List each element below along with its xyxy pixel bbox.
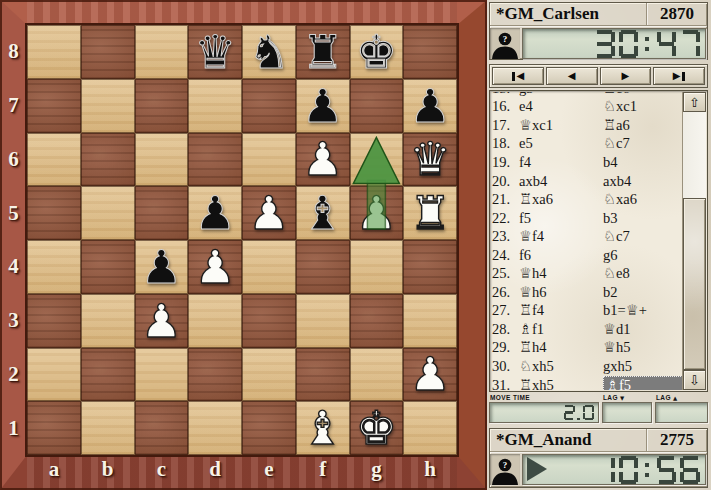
move-number: 16. xyxy=(492,98,519,115)
black-move[interactable]: ♘e8 xyxy=(603,265,630,281)
move-number: 15. xyxy=(492,92,519,97)
scroll-up-button[interactable]: ⇧ xyxy=(683,92,706,112)
player-bottom-clock-lcd xyxy=(522,454,706,485)
rank-label-4: 4 xyxy=(8,254,19,279)
square-e4[interactable] xyxy=(242,240,296,294)
lag-down-label: LAG▼ xyxy=(602,393,652,402)
square-f4[interactable] xyxy=(296,240,350,294)
player-panel-bottom: *GM_Anand 2775 ? xyxy=(489,428,708,488)
player-bottom-clock-digits xyxy=(595,456,700,484)
square-c6[interactable] xyxy=(135,133,189,187)
move-row-17: 17.♕xc1♖a6 xyxy=(492,116,682,135)
move-number: 20. xyxy=(492,173,519,190)
square-b3[interactable] xyxy=(81,294,135,348)
white-move[interactable]: ♕xc1 xyxy=(519,117,553,133)
bar-icon xyxy=(512,72,515,81)
move-number: 30. xyxy=(492,358,519,375)
square-c7[interactable] xyxy=(135,79,189,133)
white-pawn-f6[interactable]: ♟ xyxy=(302,136,343,182)
square-c5[interactable] xyxy=(135,186,189,240)
player-top-name-row: *GM_Carlsen 2870 xyxy=(490,3,707,26)
svg-text:?: ? xyxy=(503,34,508,44)
rank-label-8: 8 xyxy=(8,39,19,64)
square-a1[interactable] xyxy=(27,401,81,455)
move-time-display xyxy=(489,402,599,423)
move-list-rows-wrap: 15.g3♖e616.e4♘xc117.♕xc1♖a618.e5♘c719.f4… xyxy=(492,92,682,390)
player-top-name: *GM_Carlsen xyxy=(490,4,646,24)
move-number: 17. xyxy=(492,117,519,134)
square-d7[interactable] xyxy=(188,79,242,133)
file-label-d: d xyxy=(209,457,221,482)
white-pawn-c3[interactable]: ♟ xyxy=(141,298,182,344)
square-b2[interactable] xyxy=(81,348,135,402)
right-triangle-icon: ▶ xyxy=(622,71,630,81)
white-move[interactable]: ♕h4 xyxy=(519,265,547,281)
square-f7[interactable]: ♟ xyxy=(296,79,350,133)
move-number: 26. xyxy=(492,284,519,301)
move-row-29: 29.♖h4♕h5 xyxy=(492,339,682,358)
square-c8[interactable] xyxy=(135,25,189,79)
white-move[interactable]: f4 xyxy=(519,154,531,170)
square-d8[interactable]: ♛ xyxy=(188,25,242,79)
square-e2[interactable] xyxy=(242,348,296,402)
triangle-down-icon: ▼ xyxy=(620,395,625,401)
file-labels: abcdefgh xyxy=(27,455,457,490)
black-move[interactable]: ♖e6 xyxy=(603,92,630,96)
move-number: 24. xyxy=(492,247,519,264)
white-move[interactable]: f6 xyxy=(519,247,531,263)
move-number: 25. xyxy=(492,265,519,282)
square-c1[interactable] xyxy=(135,401,189,455)
white-king-g1[interactable]: ♚ xyxy=(356,405,397,451)
square-g2[interactable] xyxy=(350,348,404,402)
square-f3[interactable] xyxy=(296,294,350,348)
black-bishop-f5[interactable]: ♝ xyxy=(302,190,343,236)
square-c3[interactable]: ♟ xyxy=(135,294,189,348)
black-king-g8[interactable]: ♚ xyxy=(356,29,397,75)
square-b4[interactable] xyxy=(81,240,135,294)
move-row-28: 28.♗f1♕d1 xyxy=(492,320,682,339)
move-row-16: 16.e4♘xc1 xyxy=(492,98,682,117)
file-label-c: c xyxy=(157,457,166,482)
move-number: 28. xyxy=(492,321,519,338)
move-row-22: 22.f5b3 xyxy=(492,209,682,228)
scroll-down-icon: ⇩ xyxy=(689,374,700,387)
file-label-g: g xyxy=(371,457,382,482)
move-number: 27. xyxy=(492,302,519,319)
white-bishop-f1[interactable]: ♝ xyxy=(302,405,343,451)
square-g3[interactable] xyxy=(350,294,404,348)
black-move[interactable]: ♘c7 xyxy=(603,135,630,151)
square-e6[interactable] xyxy=(242,133,296,187)
move-number: 23. xyxy=(492,228,519,245)
white-move[interactable]: e5 xyxy=(519,135,533,151)
black-rook-f8[interactable]: ♜ xyxy=(302,29,343,75)
square-h4[interactable] xyxy=(403,240,457,294)
chess-board-grid: ♛♞♜♚♟♟♟♛♟♟♝♟♜♟♟♟♟♝♚ xyxy=(27,25,457,455)
lag-up-label: LAG▲ xyxy=(655,393,708,402)
square-g5[interactable]: ♟ xyxy=(350,186,404,240)
chess-board-area: ♛♞♜♚♟♟♟♛♟♟♝♟♜♟♟♟♟♝♚ 87654321 abcdefgh xyxy=(0,0,487,490)
move-number: 18. xyxy=(492,135,519,152)
chess-app-window: ♛♞♜♚♟♟♟♛♟♟♝♟♜♟♟♟♟♝♚ 87654321 abcdefgh *G… xyxy=(0,0,711,490)
white-move[interactable]: ♖h4 xyxy=(519,339,547,355)
square-d6[interactable] xyxy=(188,133,242,187)
player-top-clock-digits xyxy=(595,30,700,58)
square-g6[interactable] xyxy=(350,133,404,187)
file-label-e: e xyxy=(264,457,273,482)
square-e5[interactable]: ♟ xyxy=(242,186,296,240)
square-h5[interactable]: ♜ xyxy=(403,186,457,240)
to-move-indicator-icon xyxy=(527,457,547,481)
square-h2[interactable]: ♟ xyxy=(403,348,457,402)
player-bottom-name: *GM_Anand xyxy=(490,430,646,450)
file-label-a: a xyxy=(49,457,60,482)
move-row-23: 23.♕f4♘c7 xyxy=(492,227,682,246)
square-g7[interactable] xyxy=(350,79,404,133)
square-e8[interactable]: ♞ xyxy=(242,25,296,79)
player-top-avatar[interactable]: ? xyxy=(490,28,520,59)
square-b1[interactable] xyxy=(81,401,135,455)
player-bottom-name-row: *GM_Anand 2775 xyxy=(490,429,707,452)
rank-label-1: 1 xyxy=(8,416,19,441)
player-bottom-clock-row: ? xyxy=(490,452,707,487)
lag-down-display xyxy=(602,402,652,423)
player-top-clock-row: ? xyxy=(490,26,707,61)
black-move[interactable]: b3 xyxy=(603,210,618,226)
player-top-rating: 2870 xyxy=(646,3,707,25)
square-e1[interactable] xyxy=(242,401,296,455)
white-move[interactable]: g3 xyxy=(519,92,534,96)
scroll-down-button[interactable]: ⇩ xyxy=(683,370,706,390)
file-label-f: f xyxy=(319,457,326,482)
left-triangle-icon: ◀ xyxy=(568,71,576,81)
move-row-27: 27.♖f4b1=♕+ xyxy=(492,302,682,321)
square-h8[interactable] xyxy=(403,25,457,79)
move-number: 21. xyxy=(492,191,519,208)
player-bottom-rating: 2775 xyxy=(646,429,707,451)
black-pawn-d5[interactable]: ♟ xyxy=(195,190,236,236)
square-d1[interactable] xyxy=(188,401,242,455)
square-d3[interactable] xyxy=(188,294,242,348)
white-pawn-e5[interactable]: ♟ xyxy=(248,190,289,236)
square-b8[interactable] xyxy=(81,25,135,79)
black-move[interactable]: ♖a6 xyxy=(603,117,630,133)
white-pawn-h2[interactable]: ♟ xyxy=(410,351,451,397)
rank-label-7: 7 xyxy=(8,93,19,118)
jump-to-end-button[interactable]: ▶ xyxy=(653,67,705,85)
black-move[interactable]: ♘xc1 xyxy=(603,98,637,114)
scroll-up-icon: ⇧ xyxy=(689,96,700,109)
square-c4[interactable]: ♟ xyxy=(135,240,189,294)
square-h3[interactable] xyxy=(403,294,457,348)
move-time-value xyxy=(564,405,594,420)
white-move[interactable]: axb4 xyxy=(519,173,547,189)
square-b7[interactable] xyxy=(81,79,135,133)
rank-labels: 87654321 xyxy=(0,25,27,455)
black-pawn-c4[interactable]: ♟ xyxy=(141,244,182,290)
square-g4[interactable] xyxy=(350,240,404,294)
white-move[interactable]: ♖xh5 xyxy=(519,377,554,390)
player-panel-top: *GM_Carlsen 2870 ? xyxy=(489,2,708,60)
scrollbar-thumb[interactable] xyxy=(683,198,706,370)
black-move[interactable]: b2 xyxy=(603,284,618,300)
white-move[interactable]: ♕f4 xyxy=(519,228,544,244)
square-f1[interactable]: ♝ xyxy=(296,401,350,455)
move-row-24: 24.f6g6 xyxy=(492,246,682,265)
black-move[interactable]: axb4 xyxy=(603,173,631,189)
lag-up-display xyxy=(655,402,708,423)
move-list: 15.g3♖e616.e4♘xc117.♕xc1♖a618.e5♘c719.f4… xyxy=(489,90,708,392)
black-move[interactable]: ♕d1 xyxy=(603,321,631,337)
black-move[interactable]: ♘xa6 xyxy=(603,191,637,207)
square-e7[interactable] xyxy=(242,79,296,133)
player-bottom-avatar[interactable]: ? xyxy=(490,454,520,485)
square-b6[interactable] xyxy=(81,133,135,187)
square-e3[interactable] xyxy=(242,294,296,348)
square-a6[interactable] xyxy=(27,133,81,187)
square-h1[interactable] xyxy=(403,401,457,455)
black-move[interactable]: g6 xyxy=(603,247,618,263)
black-move[interactable]: ♘c7 xyxy=(603,228,630,244)
square-f6[interactable]: ♟ xyxy=(296,133,350,187)
square-h7[interactable]: ♟ xyxy=(403,79,457,133)
step-forward-button[interactable]: ▶ xyxy=(600,67,652,85)
white-pawn-d4[interactable]: ♟ xyxy=(195,244,236,290)
square-a7[interactable] xyxy=(27,79,81,133)
left-triangle-icon: ◀ xyxy=(517,71,525,81)
person-silhouette-icon: ? xyxy=(491,456,519,485)
white-move[interactable]: e4 xyxy=(519,98,533,114)
move-row-25: 25.♕h4♘e8 xyxy=(492,264,682,283)
move-number: 31. xyxy=(492,377,519,390)
white-move[interactable]: ♖xa6 xyxy=(519,191,553,207)
person-silhouette-icon: ? xyxy=(491,30,519,59)
square-a2[interactable] xyxy=(27,348,81,402)
move-list-rows: 15.g3♖e616.e4♘xc117.♕xc1♖a618.e5♘c719.f4… xyxy=(492,92,682,390)
white-move[interactable]: f5 xyxy=(519,210,531,226)
white-rook-h5[interactable]: ♜ xyxy=(410,190,451,236)
rank-label-2: 2 xyxy=(8,362,19,387)
file-label-h: h xyxy=(424,457,436,482)
bar-icon xyxy=(682,72,685,81)
black-move[interactable]: ♕h5 xyxy=(603,339,631,355)
player-top-clock-lcd xyxy=(522,28,706,59)
white-queen-h6[interactable]: ♛ xyxy=(410,136,451,182)
move-row-26: 26.♕h6b2 xyxy=(492,283,682,302)
square-f2[interactable] xyxy=(296,348,350,402)
square-a8[interactable] xyxy=(27,25,81,79)
black-move[interactable]: b1=♕+ xyxy=(603,302,647,318)
move-row-31: 31.♖xh5♗f5 xyxy=(492,376,682,390)
white-move[interactable]: ♗f1 xyxy=(519,321,544,337)
square-a4[interactable] xyxy=(27,240,81,294)
move-list-scrollbar: ⇧ ⇩ xyxy=(682,92,706,390)
black-pawn-h7[interactable]: ♟ xyxy=(410,83,451,129)
move-row-18: 18.e5♘c7 xyxy=(492,135,682,154)
side-panel: *GM_Carlsen 2870 ? ◀◀▶▶ 15.g3♖e61 xyxy=(487,0,711,490)
timing-controls: MOVE TIME LAG▼ LAG▲ xyxy=(489,393,708,426)
square-c2[interactable] xyxy=(135,348,189,402)
square-d2[interactable] xyxy=(188,348,242,402)
black-queen-d8[interactable]: ♛ xyxy=(195,29,236,75)
black-pawn-f7[interactable]: ♟ xyxy=(302,83,343,129)
white-move[interactable]: ♘xh5 xyxy=(519,358,554,374)
right-triangle-icon: ▶ xyxy=(673,71,681,81)
square-f5[interactable]: ♝ xyxy=(296,186,350,240)
square-a3[interactable] xyxy=(27,294,81,348)
move-number: 29. xyxy=(492,339,519,356)
move-row-15: 15.g3♖e6 xyxy=(492,92,682,98)
square-g1[interactable]: ♚ xyxy=(350,401,404,455)
square-f8[interactable]: ♜ xyxy=(296,25,350,79)
svg-text:?: ? xyxy=(503,460,508,470)
rank-label-5: 5 xyxy=(8,201,19,226)
square-b5[interactable] xyxy=(81,186,135,240)
move-row-30: 30.♘xh5gxh5 xyxy=(492,357,682,376)
square-h6[interactable]: ♛ xyxy=(403,133,457,187)
navigation-toolbar: ◀◀▶▶ xyxy=(489,64,708,88)
white-move[interactable]: ♖f4 xyxy=(519,302,544,318)
black-move[interactable]: gxh5 xyxy=(603,358,632,374)
black-move-selected[interactable]: ♗f5 xyxy=(603,376,682,390)
step-back-button[interactable]: ◀ xyxy=(546,67,598,85)
move-row-20: 20.axb4axb4 xyxy=(492,172,682,191)
white-move[interactable]: ♕h6 xyxy=(519,284,547,300)
move-number: 22. xyxy=(492,210,519,227)
move-time-label: MOVE TIME xyxy=(489,393,599,402)
rank-label-3: 3 xyxy=(8,308,19,333)
white-pawn-g5[interactable]: ♟ xyxy=(356,190,397,236)
rank-label-6: 6 xyxy=(8,147,19,172)
black-knight-e8[interactable]: ♞ xyxy=(248,29,289,75)
jump-to-start-button[interactable]: ◀ xyxy=(492,67,544,85)
file-label-b: b xyxy=(102,457,114,482)
square-d4[interactable]: ♟ xyxy=(188,240,242,294)
move-row-19: 19.f4b4 xyxy=(492,153,682,172)
square-d5[interactable]: ♟ xyxy=(188,186,242,240)
square-g8[interactable]: ♚ xyxy=(350,25,404,79)
move-row-21: 21.♖xa6♘xa6 xyxy=(492,190,682,209)
square-a5[interactable] xyxy=(27,186,81,240)
move-number: 19. xyxy=(492,154,519,171)
black-move[interactable]: b4 xyxy=(603,154,618,170)
triangle-up-icon: ▲ xyxy=(673,395,678,401)
